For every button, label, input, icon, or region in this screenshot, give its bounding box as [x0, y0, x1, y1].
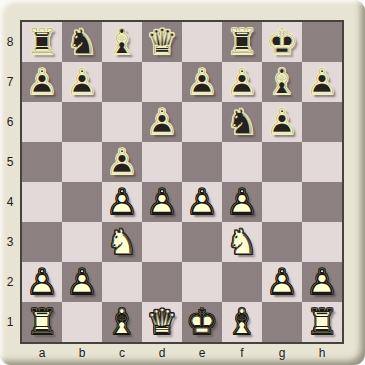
square-f5[interactable]: [222, 142, 262, 182]
square-g7[interactable]: ♝♗: [262, 62, 302, 102]
chess-board[interactable]: ♜♖♞♘♝♗♛♕♜♖♚♔♟♙♟♙♟♙♟♙♝♗♟♙♟♙♞♘♟♙♟♙♟♙♟♙♟♙♟♙…: [20, 20, 344, 344]
piece-detail-glyph: ♘: [102, 222, 142, 262]
black-pawn-b7[interactable]: ♟♙: [62, 62, 102, 102]
piece-detail-glyph: ♖: [302, 302, 342, 342]
white-pawn-f4[interactable]: ♟♙: [222, 182, 262, 222]
square-c2[interactable]: [102, 262, 142, 302]
piece-detail-glyph: ♙: [102, 142, 142, 182]
square-b2[interactable]: ♟♙: [62, 262, 102, 302]
piece-detail-glyph: ♙: [62, 262, 102, 302]
square-b1[interactable]: [62, 302, 102, 342]
rank-label-5: 5: [0, 142, 20, 182]
square-e1[interactable]: ♚♔: [182, 302, 222, 342]
square-f8[interactable]: ♜♖: [222, 22, 262, 62]
square-e4[interactable]: ♟♙: [182, 182, 222, 222]
black-rook-a8[interactable]: ♜♖: [22, 22, 62, 62]
piece-detail-glyph: ♕: [142, 302, 182, 342]
square-a6[interactable]: [22, 102, 62, 142]
black-rook-f8[interactable]: ♜♖: [222, 22, 262, 62]
black-pawn-c5[interactable]: ♟♙: [102, 142, 142, 182]
piece-detail-glyph: ♙: [262, 262, 302, 302]
piece-detail-glyph: ♙: [182, 182, 222, 222]
piece-detail-glyph: ♗: [222, 302, 262, 342]
file-label-f: f: [222, 343, 262, 363]
piece-detail-glyph: ♙: [22, 262, 62, 302]
piece-detail-glyph: ♙: [62, 62, 102, 102]
square-d6[interactable]: ♟♙: [142, 102, 182, 142]
white-pawn-g2[interactable]: ♟♙: [262, 262, 302, 302]
square-b3[interactable]: [62, 222, 102, 262]
square-b5[interactable]: [62, 142, 102, 182]
white-pawn-d4[interactable]: ♟♙: [142, 182, 182, 222]
file-label-h: h: [302, 343, 342, 363]
black-knight-b8[interactable]: ♞♘: [62, 22, 102, 62]
square-h7[interactable]: ♟♙: [302, 62, 342, 102]
square-a2[interactable]: ♟♙: [22, 262, 62, 302]
square-c5[interactable]: ♟♙: [102, 142, 142, 182]
file-label-d: d: [142, 343, 182, 363]
square-f4[interactable]: ♟♙: [222, 182, 262, 222]
piece-detail-glyph: ♗: [262, 62, 302, 102]
square-b6[interactable]: [62, 102, 102, 142]
file-labels: abcdefgh: [22, 343, 342, 363]
square-g5[interactable]: [262, 142, 302, 182]
square-c3[interactable]: ♞♘: [102, 222, 142, 262]
piece-detail-glyph: ♗: [102, 22, 142, 62]
piece-detail-glyph: ♖: [22, 22, 62, 62]
piece-detail-glyph: ♙: [302, 62, 342, 102]
file-label-e: e: [182, 343, 222, 363]
piece-detail-glyph: ♙: [302, 262, 342, 302]
square-b7[interactable]: ♟♙: [62, 62, 102, 102]
rank-label-1: 1: [0, 302, 20, 342]
white-knight-c3[interactable]: ♞♘: [102, 222, 142, 262]
rank-label-6: 6: [0, 102, 20, 142]
square-g8[interactable]: ♚♔: [262, 22, 302, 62]
black-pawn-g6[interactable]: ♟♙: [262, 102, 302, 142]
square-b8[interactable]: ♞♘: [62, 22, 102, 62]
white-pawn-b2[interactable]: ♟♙: [62, 262, 102, 302]
rank-label-3: 3: [0, 222, 20, 262]
square-h2[interactable]: ♟♙: [302, 262, 342, 302]
piece-detail-glyph: ♔: [262, 22, 302, 62]
square-g1[interactable]: [262, 302, 302, 342]
black-pawn-e7[interactable]: ♟♙: [182, 62, 222, 102]
square-e5[interactable]: [182, 142, 222, 182]
square-e2[interactable]: [182, 262, 222, 302]
rank-label-2: 2: [0, 262, 20, 302]
square-e3[interactable]: [182, 222, 222, 262]
rank-labels: 87654321: [0, 22, 20, 342]
black-knight-f6[interactable]: ♞♘: [222, 102, 262, 142]
rank-label-4: 4: [0, 182, 20, 222]
square-a5[interactable]: [22, 142, 62, 182]
black-queen-d8[interactable]: ♛♕: [142, 22, 182, 62]
square-e8[interactable]: [182, 22, 222, 62]
square-e7[interactable]: ♟♙: [182, 62, 222, 102]
square-g4[interactable]: [262, 182, 302, 222]
piece-detail-glyph: ♘: [62, 22, 102, 62]
piece-detail-glyph: ♔: [182, 302, 222, 342]
piece-detail-glyph: ♖: [222, 22, 262, 62]
black-bishop-g7[interactable]: ♝♗: [262, 62, 302, 102]
white-bishop-c1[interactable]: ♝♗: [102, 302, 142, 342]
square-a4[interactable]: [22, 182, 62, 222]
piece-detail-glyph: ♘: [222, 102, 262, 142]
square-f1[interactable]: ♝♗: [222, 302, 262, 342]
piece-detail-glyph: ♙: [142, 182, 182, 222]
piece-detail-glyph: ♙: [222, 62, 262, 102]
file-label-a: a: [22, 343, 62, 363]
square-c7[interactable]: [102, 62, 142, 102]
square-h3[interactable]: [302, 222, 342, 262]
piece-detail-glyph: ♖: [22, 302, 62, 342]
square-h1[interactable]: ♜♖: [302, 302, 342, 342]
square-c8[interactable]: ♝♗: [102, 22, 142, 62]
square-d4[interactable]: ♟♙: [142, 182, 182, 222]
square-h4[interactable]: [302, 182, 342, 222]
piece-detail-glyph: ♕: [142, 22, 182, 62]
square-c6[interactable]: [102, 102, 142, 142]
board-panel: 87654321 ♜♖♞♘♝♗♛♕♜♖♚♔♟♙♟♙♟♙♟♙♝♗♟♙♟♙♞♘♟♙♟…: [0, 0, 365, 365]
square-d5[interactable]: [142, 142, 182, 182]
square-a8[interactable]: ♜♖: [22, 22, 62, 62]
piece-detail-glyph: ♙: [182, 62, 222, 102]
square-b4[interactable]: [62, 182, 102, 222]
piece-detail-glyph: ♙: [102, 182, 142, 222]
black-king-g8[interactable]: ♚♔: [262, 22, 302, 62]
white-rook-a1[interactable]: ♜♖: [22, 302, 62, 342]
black-pawn-f7[interactable]: ♟♙: [222, 62, 262, 102]
square-d8[interactable]: ♛♕: [142, 22, 182, 62]
square-a3[interactable]: [22, 222, 62, 262]
piece-detail-glyph: ♙: [142, 102, 182, 142]
square-f3[interactable]: ♞♘: [222, 222, 262, 262]
black-pawn-a7[interactable]: ♟♙: [22, 62, 62, 102]
black-bishop-c8[interactable]: ♝♗: [102, 22, 142, 62]
file-label-g: g: [262, 343, 302, 363]
piece-detail-glyph: ♙: [22, 62, 62, 102]
square-e6[interactable]: [182, 102, 222, 142]
file-label-c: c: [102, 343, 142, 363]
file-label-b: b: [62, 343, 102, 363]
white-king-e1[interactable]: ♚♔: [182, 302, 222, 342]
square-d2[interactable]: [142, 262, 182, 302]
rank-label-7: 7: [0, 62, 20, 102]
square-g2[interactable]: ♟♙: [262, 262, 302, 302]
rank-label-8: 8: [0, 22, 20, 62]
white-knight-f3[interactable]: ♞♘: [222, 222, 262, 262]
white-bishop-f1[interactable]: ♝♗: [222, 302, 262, 342]
square-d1[interactable]: ♛♕: [142, 302, 182, 342]
square-d3[interactable]: [142, 222, 182, 262]
piece-detail-glyph: ♙: [222, 182, 262, 222]
square-h5[interactable]: [302, 142, 342, 182]
piece-detail-glyph: ♗: [102, 302, 142, 342]
black-pawn-h7[interactable]: ♟♙: [302, 62, 342, 102]
square-c1[interactable]: ♝♗: [102, 302, 142, 342]
square-f6[interactable]: ♞♘: [222, 102, 262, 142]
piece-detail-glyph: ♘: [222, 222, 262, 262]
white-rook-h1[interactable]: ♜♖: [302, 302, 342, 342]
square-d7[interactable]: [142, 62, 182, 102]
square-f2[interactable]: [222, 262, 262, 302]
square-h6[interactable]: [302, 102, 342, 142]
square-f7[interactable]: ♟♙: [222, 62, 262, 102]
square-c4[interactable]: ♟♙: [102, 182, 142, 222]
black-pawn-d6[interactable]: ♟♙: [142, 102, 182, 142]
white-queen-d1[interactable]: ♛♕: [142, 302, 182, 342]
piece-detail-glyph: ♙: [262, 102, 302, 142]
white-pawn-e4[interactable]: ♟♙: [182, 182, 222, 222]
square-h8[interactable]: [302, 22, 342, 62]
white-pawn-h2[interactable]: ♟♙: [302, 262, 342, 302]
square-g3[interactable]: [262, 222, 302, 262]
square-g6[interactable]: ♟♙: [262, 102, 302, 142]
white-pawn-c4[interactable]: ♟♙: [102, 182, 142, 222]
white-pawn-a2[interactable]: ♟♙: [22, 262, 62, 302]
square-a1[interactable]: ♜♖: [22, 302, 62, 342]
square-a7[interactable]: ♟♙: [22, 62, 62, 102]
